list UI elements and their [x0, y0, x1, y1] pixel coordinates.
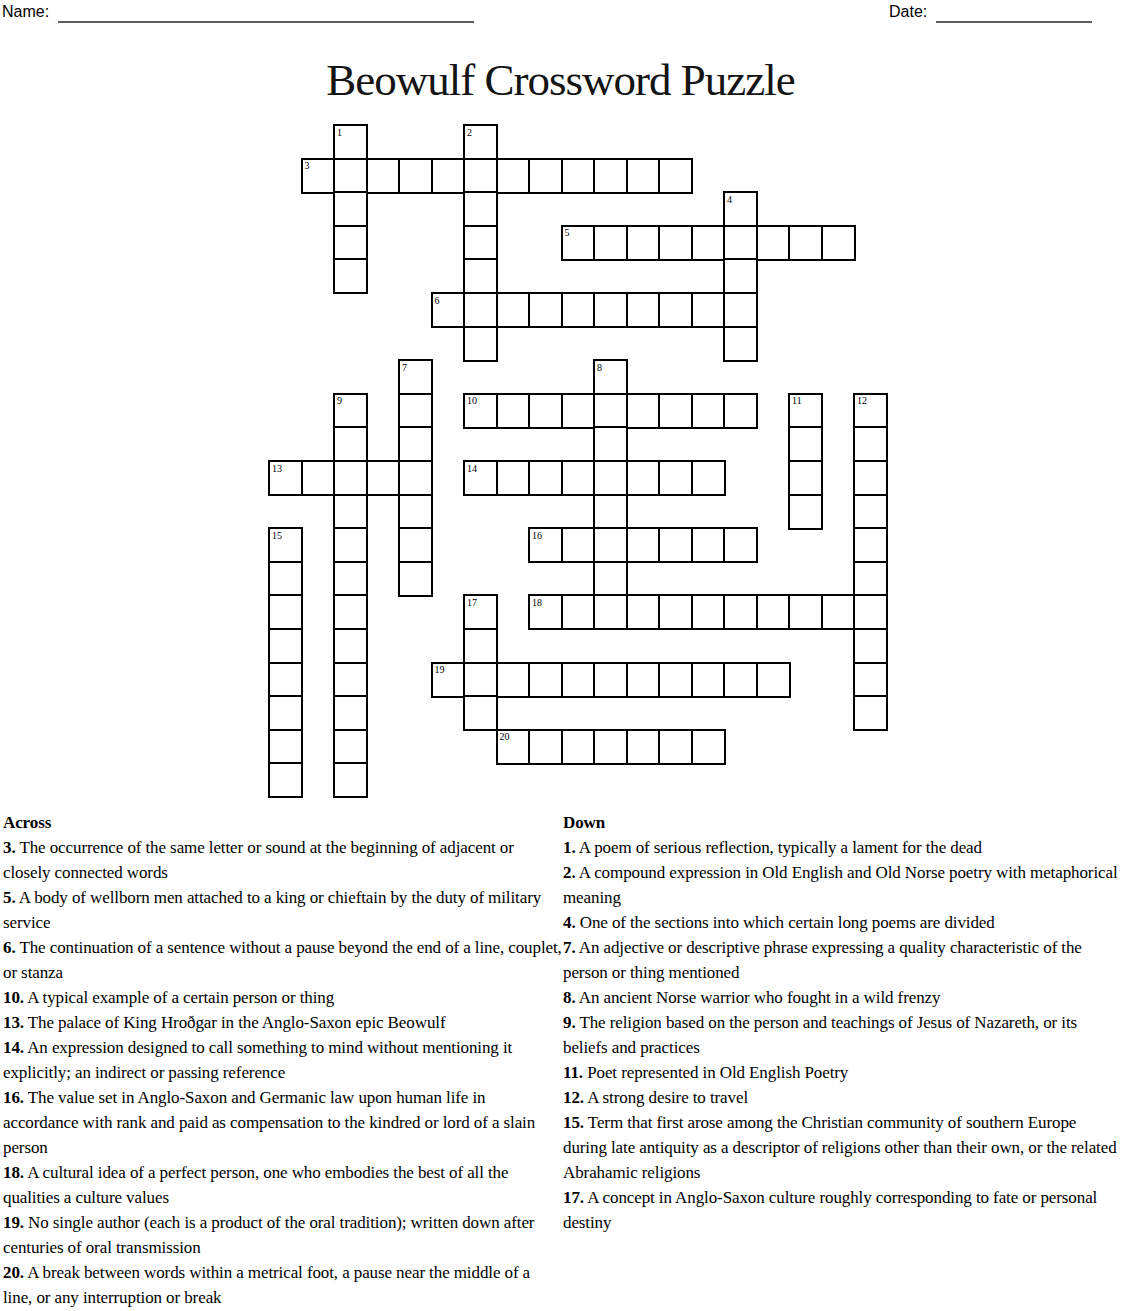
grid-cell[interactable]	[333, 762, 368, 798]
cell-number: 6	[435, 295, 440, 306]
page-title: Beowulf Crossword Puzzle	[0, 54, 1121, 106]
grid-cell[interactable]	[691, 393, 726, 429]
grid-cell[interactable]	[268, 762, 303, 798]
cell-number: 8	[597, 362, 602, 373]
grid-cell[interactable]	[268, 729, 303, 765]
grid-cell[interactable]	[723, 292, 758, 328]
grid-cell[interactable]	[463, 326, 498, 362]
grid-cell[interactable]	[626, 729, 661, 765]
grid-cell[interactable]	[853, 695, 888, 731]
grid-cell[interactable]	[658, 594, 693, 630]
grid-cell[interactable]	[463, 695, 498, 731]
grid-cell[interactable]	[853, 628, 888, 664]
grid-cell[interactable]	[723, 594, 758, 630]
clue-item: 17. A concept in Anglo-Saxon culture rou…	[563, 1185, 1121, 1235]
grid-cell[interactable]	[691, 292, 726, 328]
grid-cell[interactable]	[561, 729, 596, 765]
grid-cell[interactable]	[561, 662, 596, 698]
grid-cell[interactable]	[528, 158, 563, 194]
grid-cell[interactable]	[626, 393, 661, 429]
clue-item: 10. A typical example of a certain perso…	[3, 985, 563, 1010]
grid-cell[interactable]	[366, 460, 401, 496]
cell-number: 9	[337, 395, 342, 406]
grid-cell[interactable]	[691, 225, 726, 261]
grid-cell[interactable]	[658, 729, 693, 765]
grid-cell[interactable]	[658, 225, 693, 261]
grid-cell[interactable]	[496, 292, 531, 328]
grid-cell[interactable]	[593, 426, 628, 462]
grid-cell[interactable]	[301, 460, 336, 496]
grid-cell[interactable]	[561, 460, 596, 496]
grid-cell[interactable]	[593, 393, 628, 429]
clue-item: 13. The palace of King Hroðgar in the An…	[3, 1010, 563, 1035]
cell-number: 5	[565, 227, 570, 238]
grid-cell[interactable]	[593, 527, 628, 563]
grid-cell[interactable]	[626, 292, 661, 328]
grid-cell[interactable]	[691, 594, 726, 630]
grid-cell[interactable]	[626, 594, 661, 630]
grid-cell[interactable]	[398, 561, 433, 597]
clue-item: 14. An expression designed to call somet…	[3, 1035, 563, 1085]
grid-cell[interactable]	[333, 158, 368, 194]
grid-cell[interactable]	[463, 292, 498, 328]
grid-cell[interactable]	[723, 326, 758, 362]
date-input-line[interactable]	[936, 21, 1092, 23]
grid-cell[interactable]	[853, 662, 888, 698]
clue-item: 15. Term that first arose among the Chri…	[563, 1110, 1121, 1185]
grid-cell[interactable]	[723, 225, 758, 261]
cell-number: 2	[467, 127, 472, 138]
grid-cell[interactable]	[853, 460, 888, 496]
grid-cell[interactable]	[691, 527, 726, 563]
cell-number: 4	[727, 194, 732, 205]
grid-cell[interactable]	[723, 662, 758, 698]
clue-item: 11. Poet represented in Old English Poet…	[563, 1060, 1121, 1085]
grid-cell[interactable]	[593, 292, 628, 328]
grid-cell[interactable]	[463, 225, 498, 261]
grid-cell[interactable]	[853, 561, 888, 597]
grid-cell[interactable]	[593, 662, 628, 698]
grid-cell[interactable]	[691, 460, 726, 496]
clue-item: 20. A break between words within a metri…	[3, 1260, 563, 1310]
clue-item: 8. An ancient Norse warrior who fought i…	[563, 985, 1121, 1010]
grid-cell[interactable]	[658, 292, 693, 328]
grid-cell[interactable]	[593, 460, 628, 496]
cell-number: 16	[532, 530, 542, 541]
grid-cell[interactable]	[626, 662, 661, 698]
name-label: Name:	[2, 3, 49, 21]
grid-cell[interactable]	[333, 561, 368, 597]
grid-cell[interactable]	[853, 426, 888, 462]
grid-cell[interactable]	[561, 158, 596, 194]
grid-cell[interactable]	[333, 225, 368, 261]
grid-cell[interactable]	[463, 191, 498, 227]
grid-cell[interactable]	[723, 527, 758, 563]
down-clues-column: Down 1. A poem of serious reflection, ty…	[563, 810, 1121, 1235]
across-clues-column: Across 3. The occurrence of the same let…	[3, 810, 563, 1310]
grid-cell[interactable]	[756, 594, 791, 630]
clue-item: 4. One of the sections into which certai…	[563, 910, 1121, 935]
grid-cell[interactable]	[528, 729, 563, 765]
grid-cell[interactable]	[398, 393, 433, 429]
grid-cell[interactable]	[626, 527, 661, 563]
grid-cell[interactable]	[268, 628, 303, 664]
grid-cell[interactable]	[626, 225, 661, 261]
grid-cell[interactable]	[658, 527, 693, 563]
grid-cell[interactable]	[496, 393, 531, 429]
grid-cell[interactable]	[333, 662, 368, 698]
grid-cell[interactable]	[593, 225, 628, 261]
across-heading: Across	[3, 810, 563, 835]
grid-cell[interactable]	[398, 158, 433, 194]
clue-item: 18. A cultural idea of a perfect person,…	[3, 1160, 563, 1210]
grid-cell[interactable]	[756, 662, 791, 698]
grid-cell[interactable]	[333, 460, 368, 496]
grid-cell[interactable]	[658, 158, 693, 194]
grid-cell[interactable]	[593, 561, 628, 597]
grid-cell[interactable]	[593, 494, 628, 530]
cell-number: 17	[467, 597, 477, 608]
grid-cell[interactable]	[853, 527, 888, 563]
grid-cell[interactable]	[561, 292, 596, 328]
grid-cell[interactable]	[821, 225, 856, 261]
grid-cell[interactable]	[788, 426, 823, 462]
cell-number: 13	[272, 463, 282, 474]
grid-cell[interactable]	[788, 460, 823, 496]
cell-number: 3	[305, 160, 310, 171]
grid-cell[interactable]	[658, 662, 693, 698]
grid-cell[interactable]	[723, 393, 758, 429]
grid-cell[interactable]	[788, 494, 823, 530]
grid-cell[interactable]	[463, 628, 498, 664]
grid-cell[interactable]	[463, 258, 498, 294]
grid-cell[interactable]	[853, 494, 888, 530]
grid-cell[interactable]	[626, 158, 661, 194]
crossword-grid: 1234567891011121314151617181920	[268, 124, 888, 799]
grid-cell[interactable]	[333, 695, 368, 731]
grid-cell[interactable]	[463, 158, 498, 194]
grid-cell[interactable]	[821, 594, 856, 630]
grid-cell[interactable]	[788, 594, 823, 630]
grid-cell[interactable]	[398, 460, 433, 496]
grid-cell[interactable]	[561, 527, 596, 563]
grid-cell[interactable]	[333, 426, 368, 462]
grid-cell[interactable]	[658, 460, 693, 496]
grid-cell[interactable]	[593, 594, 628, 630]
grid-cell[interactable]	[626, 460, 661, 496]
grid-cell[interactable]	[398, 527, 433, 563]
grid-cell[interactable]	[561, 393, 596, 429]
cell-number: 18	[532, 597, 542, 608]
cell-number: 12	[857, 395, 867, 406]
grid-cell[interactable]	[496, 662, 531, 698]
grid-cell[interactable]	[561, 594, 596, 630]
cell-number: 15	[272, 530, 282, 541]
cell-number: 1	[337, 127, 342, 138]
cell-number: 7	[402, 362, 407, 373]
grid-cell[interactable]	[853, 594, 888, 630]
clue-item: 1. A poem of serious reflection, typical…	[563, 835, 1121, 860]
grid-cell[interactable]	[268, 695, 303, 731]
grid-cell[interactable]	[333, 594, 368, 630]
clue-item: 9. The religion based on the person and …	[563, 1010, 1121, 1060]
grid-cell[interactable]	[691, 662, 726, 698]
grid-cell[interactable]	[496, 460, 531, 496]
grid-cell[interactable]	[756, 225, 791, 261]
grid-cell[interactable]	[658, 393, 693, 429]
clue-item: 7. An adjective or descriptive phrase ex…	[563, 935, 1121, 985]
grid-cell[interactable]	[333, 628, 368, 664]
grid-cell[interactable]	[723, 258, 758, 294]
grid-cell[interactable]	[366, 158, 401, 194]
grid-cell[interactable]	[528, 292, 563, 328]
grid-cell[interactable]	[691, 729, 726, 765]
grid-cell[interactable]	[398, 426, 433, 462]
clue-item: 2. A compound expression in Old English …	[563, 860, 1121, 910]
grid-cell[interactable]	[333, 494, 368, 530]
cell-number: 10	[467, 395, 477, 406]
down-heading: Down	[563, 810, 1121, 835]
grid-cell[interactable]	[431, 158, 466, 194]
cell-number: 11	[792, 395, 802, 406]
grid-cell[interactable]	[528, 393, 563, 429]
cell-number: 19	[435, 664, 445, 675]
grid-cell[interactable]	[593, 729, 628, 765]
cell-number: 20	[500, 731, 510, 742]
name-input-line[interactable]	[58, 21, 474, 23]
clue-item: 19. No single author (each is a product …	[3, 1210, 563, 1260]
grid-cell[interactable]	[593, 158, 628, 194]
cell-number: 14	[467, 463, 477, 474]
grid-cell[interactable]	[268, 594, 303, 630]
grid-cell[interactable]	[333, 258, 368, 294]
grid-cell[interactable]	[398, 494, 433, 530]
clue-item: 3. The occurrence of the same letter or …	[3, 835, 563, 885]
grid-cell[interactable]	[333, 527, 368, 563]
grid-cell[interactable]	[496, 158, 531, 194]
grid-cell[interactable]	[463, 662, 498, 698]
grid-cell[interactable]	[268, 561, 303, 597]
clue-item: 12. A strong desire to travel	[563, 1085, 1121, 1110]
grid-cell[interactable]	[268, 662, 303, 698]
clue-item: 6. The continuation of a sentence withou…	[3, 935, 563, 985]
clue-item: 5. A body of wellborn men attached to a …	[3, 885, 563, 935]
grid-cell[interactable]	[528, 662, 563, 698]
clue-item: 16. The value set in Anglo-Saxon and Ger…	[3, 1085, 563, 1160]
grid-cell[interactable]	[528, 460, 563, 496]
grid-cell[interactable]	[333, 729, 368, 765]
grid-cell[interactable]	[788, 225, 823, 261]
date-label: Date:	[889, 3, 927, 21]
grid-cell[interactable]	[333, 191, 368, 227]
